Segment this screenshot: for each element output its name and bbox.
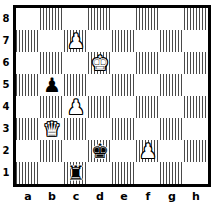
piece-white-king: ♚ bbox=[91, 52, 109, 74]
square-c3 bbox=[64, 118, 88, 140]
piece-white-queen: ♛ bbox=[43, 118, 61, 140]
square-f7 bbox=[136, 30, 160, 52]
rank-label-3: 3 bbox=[0, 118, 12, 140]
square-e7 bbox=[112, 30, 136, 52]
file-label-h: h bbox=[184, 189, 208, 205]
square-b4 bbox=[40, 96, 64, 118]
square-h3 bbox=[184, 118, 208, 140]
square-c2 bbox=[64, 140, 88, 162]
file-label-f: f bbox=[136, 189, 160, 205]
file-label-b: b bbox=[40, 189, 64, 205]
square-a7 bbox=[16, 30, 40, 52]
square-b2 bbox=[40, 140, 64, 162]
square-d1 bbox=[88, 162, 112, 184]
piece-black-pawn: ♟ bbox=[43, 74, 61, 96]
square-f4 bbox=[136, 96, 160, 118]
file-label-d: d bbox=[88, 189, 112, 205]
file-label-c: c bbox=[64, 189, 88, 205]
chess-board: ♟♚♟♟♛♚♟♜ bbox=[13, 5, 211, 187]
square-h8 bbox=[184, 8, 208, 30]
square-h7 bbox=[184, 30, 208, 52]
square-c7: ♟ bbox=[64, 30, 88, 52]
square-g6 bbox=[160, 52, 184, 74]
square-a1 bbox=[16, 162, 40, 184]
square-a8 bbox=[16, 8, 40, 30]
square-b8 bbox=[40, 8, 64, 30]
rank-label-1: 1 bbox=[0, 162, 12, 184]
file-labels: abcdefgh bbox=[16, 189, 208, 205]
square-b5: ♟ bbox=[40, 74, 64, 96]
square-e5 bbox=[112, 74, 136, 96]
rank-label-7: 7 bbox=[0, 30, 12, 52]
square-h6 bbox=[184, 52, 208, 74]
square-f8 bbox=[136, 8, 160, 30]
square-e6 bbox=[112, 52, 136, 74]
square-e8 bbox=[112, 8, 136, 30]
rank-label-6: 6 bbox=[0, 52, 12, 74]
square-d8 bbox=[88, 8, 112, 30]
square-e3 bbox=[112, 118, 136, 140]
square-g4 bbox=[160, 96, 184, 118]
piece-white-pawn: ♟ bbox=[139, 140, 157, 162]
square-b1 bbox=[40, 162, 64, 184]
square-c6 bbox=[64, 52, 88, 74]
piece-white-pawn: ♟ bbox=[67, 30, 85, 52]
square-d3 bbox=[88, 118, 112, 140]
square-c8 bbox=[64, 8, 88, 30]
square-h1 bbox=[184, 162, 208, 184]
square-a2 bbox=[16, 140, 40, 162]
rank-label-8: 8 bbox=[0, 8, 12, 30]
piece-black-king: ♚ bbox=[91, 140, 109, 162]
square-d2: ♚ bbox=[88, 140, 112, 162]
rank-label-4: 4 bbox=[0, 96, 12, 118]
chess-diagram: 87654321 ♟♚♟♟♛♚♟♜ abcdefgh bbox=[0, 0, 221, 209]
square-d5 bbox=[88, 74, 112, 96]
square-g1 bbox=[160, 162, 184, 184]
square-g8 bbox=[160, 8, 184, 30]
square-c5 bbox=[64, 74, 88, 96]
square-e1 bbox=[112, 162, 136, 184]
square-d4 bbox=[88, 96, 112, 118]
square-d7 bbox=[88, 30, 112, 52]
rank-label-2: 2 bbox=[0, 140, 12, 162]
square-e2 bbox=[112, 140, 136, 162]
square-b7 bbox=[40, 30, 64, 52]
square-g5 bbox=[160, 74, 184, 96]
square-a4 bbox=[16, 96, 40, 118]
square-c4: ♟ bbox=[64, 96, 88, 118]
square-a3 bbox=[16, 118, 40, 140]
piece-black-rook: ♜ bbox=[67, 162, 85, 184]
square-g3 bbox=[160, 118, 184, 140]
square-a5 bbox=[16, 74, 40, 96]
square-f5 bbox=[136, 74, 160, 96]
square-f2: ♟ bbox=[136, 140, 160, 162]
file-label-a: a bbox=[16, 189, 40, 205]
square-h2 bbox=[184, 140, 208, 162]
square-h5 bbox=[184, 74, 208, 96]
square-h4 bbox=[184, 96, 208, 118]
piece-white-pawn: ♟ bbox=[67, 96, 85, 118]
square-f1 bbox=[136, 162, 160, 184]
rank-label-5: 5 bbox=[0, 74, 12, 96]
square-f3 bbox=[136, 118, 160, 140]
square-f6 bbox=[136, 52, 160, 74]
square-c1: ♜ bbox=[64, 162, 88, 184]
square-b3: ♛ bbox=[40, 118, 64, 140]
rank-labels: 87654321 bbox=[0, 8, 13, 184]
file-label-g: g bbox=[160, 189, 184, 205]
square-b6 bbox=[40, 52, 64, 74]
square-d6: ♚ bbox=[88, 52, 112, 74]
square-a6 bbox=[16, 52, 40, 74]
square-e4 bbox=[112, 96, 136, 118]
square-g7 bbox=[160, 30, 184, 52]
square-g2 bbox=[160, 140, 184, 162]
file-label-e: e bbox=[112, 189, 136, 205]
